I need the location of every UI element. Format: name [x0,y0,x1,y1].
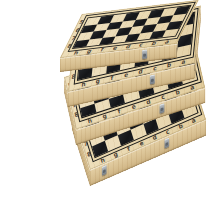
file-label: a [160,38,176,45]
rank-label: 6 [74,27,81,33]
rank-label: 8 [86,151,92,158]
rank-label: 8 [67,43,74,49]
board-square [163,28,179,37]
product-photo-chess-box-stack: hgfedcba5678hgfedcba5678hgfedcba5678hgfe… [0,0,220,220]
rank-label: 5 [78,19,85,25]
metal-clasp-icon [159,103,164,114]
metal-clasp-icon [142,49,147,59]
rank-label: 8 [74,111,79,118]
rank-label: 8 [71,73,76,80]
metal-clasp-icon [150,74,155,84]
rank-label: 7 [70,35,77,41]
metal-clasp-icon [165,138,170,149]
metal-clasp-icon [102,165,107,176]
